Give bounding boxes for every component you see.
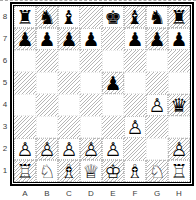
white-rook-outline: ♖ <box>170 162 187 181</box>
square-d6 <box>80 50 102 72</box>
black-queen-icon: ♛ <box>168 94 190 116</box>
rank-label-1: 1 <box>0 160 10 182</box>
rank-label-5: 5 <box>0 72 10 94</box>
white-bishop-icon: ♝♗ <box>124 160 146 182</box>
rank-label-8: 8 <box>0 6 10 28</box>
image-selection-dashed-border <box>0 0 196 1</box>
white-knight-outline: ♘ <box>38 162 55 181</box>
square-e2: ♟♙ <box>102 138 124 160</box>
square-h5 <box>168 72 190 94</box>
square-g7: ♟ <box>146 28 168 50</box>
white-pawn-icon: ♟♙ <box>146 94 168 116</box>
white-pawn-outline: ♙ <box>60 140 77 159</box>
square-d7: ♟ <box>80 28 102 50</box>
chess-board-grid: ♜♞♝♚♝♞♜♟♟♟♟♟♟♟♟♟♙♛♟♙♟♙♟♙♟♙♟♙♟♙♟♙♜♖♞♘♝♗♛♕… <box>13 5 191 183</box>
white-pawn-icon: ♟♙ <box>168 138 190 160</box>
black-knight-icon: ♞ <box>146 6 168 28</box>
white-rook-outline: ♖ <box>16 162 33 181</box>
black-rook-glyph: ♜ <box>170 8 187 27</box>
rank-label-4: 4 <box>0 94 10 116</box>
square-g3 <box>146 116 168 138</box>
square-h2: ♟♙ <box>168 138 190 160</box>
black-bishop-glyph: ♝ <box>126 8 143 27</box>
white-knight-outline: ♘ <box>148 162 165 181</box>
square-f8: ♝ <box>124 6 146 28</box>
white-pawn-icon: ♟♙ <box>36 138 58 160</box>
square-a6 <box>14 50 36 72</box>
square-e1: ♚♔ <box>102 160 124 182</box>
white-pawn-outline: ♙ <box>82 140 99 159</box>
black-pawn-glyph: ♟ <box>126 30 143 49</box>
rank-label-2: 2 <box>0 138 10 160</box>
square-a7: ♟ <box>14 28 36 50</box>
square-c6 <box>58 50 80 72</box>
black-rook-icon: ♜ <box>168 6 190 28</box>
file-labels: ABCDEFGH <box>14 186 196 199</box>
rank-labels: 87654321 <box>0 6 10 182</box>
file-label-d: D <box>80 186 102 199</box>
white-bishop-outline: ♗ <box>126 162 143 181</box>
square-f1: ♝♗ <box>124 160 146 182</box>
square-b3 <box>36 116 58 138</box>
square-g5 <box>146 72 168 94</box>
square-d5 <box>80 72 102 94</box>
square-e3 <box>102 116 124 138</box>
file-label-a: A <box>14 186 36 199</box>
square-h8: ♜ <box>168 6 190 28</box>
white-bishop-outline: ♗ <box>60 162 77 181</box>
white-pawn-outline: ♙ <box>126 118 143 137</box>
black-king-glyph: ♚ <box>104 8 121 27</box>
chess-diagram: 87654321 ♜♞♝♚♝♞♜♟♟♟♟♟♟♟♟♟♙♛♟♙♟♙♟♙♟♙♟♙♟♙♟… <box>0 0 196 200</box>
square-d2: ♟♙ <box>80 138 102 160</box>
square-b1: ♞♘ <box>36 160 58 182</box>
square-c4 <box>58 94 80 116</box>
black-knight-glyph: ♞ <box>38 8 55 27</box>
black-pawn-glyph: ♟ <box>104 74 121 93</box>
black-queen-glyph: ♛ <box>170 96 187 115</box>
white-pawn-outline: ♙ <box>170 140 187 159</box>
square-e6 <box>102 50 124 72</box>
file-label-e: E <box>102 186 124 199</box>
white-pawn-icon: ♟♙ <box>14 138 36 160</box>
rank-label-3: 3 <box>0 116 10 138</box>
square-a3 <box>14 116 36 138</box>
black-knight-glyph: ♞ <box>148 8 165 27</box>
square-e7 <box>102 28 124 50</box>
white-rook-icon: ♜♖ <box>14 160 36 182</box>
white-king-outline: ♔ <box>104 162 121 181</box>
white-rook-icon: ♜♖ <box>168 160 190 182</box>
square-b5 <box>36 72 58 94</box>
square-g2 <box>146 138 168 160</box>
black-pawn-icon: ♟ <box>146 28 168 50</box>
square-d4 <box>80 94 102 116</box>
file-label-c: C <box>58 186 80 199</box>
square-f4 <box>124 94 146 116</box>
square-f6 <box>124 50 146 72</box>
square-d3 <box>80 116 102 138</box>
black-pawn-icon: ♟ <box>80 28 102 50</box>
square-d1: ♛♕ <box>80 160 102 182</box>
square-b4 <box>36 94 58 116</box>
square-c8: ♝ <box>58 6 80 28</box>
white-knight-icon: ♞♘ <box>146 160 168 182</box>
file-label-h: H <box>168 186 190 199</box>
black-king-icon: ♚ <box>102 6 124 28</box>
black-pawn-icon: ♟ <box>124 28 146 50</box>
square-c5 <box>58 72 80 94</box>
square-e4 <box>102 94 124 116</box>
file-label-b: B <box>36 186 58 199</box>
square-b6 <box>36 50 58 72</box>
black-pawn-icon: ♟ <box>168 28 190 50</box>
square-h7: ♟ <box>168 28 190 50</box>
square-h4: ♛ <box>168 94 190 116</box>
black-pawn-icon: ♟ <box>102 72 124 94</box>
square-g8: ♞ <box>146 6 168 28</box>
square-a4 <box>14 94 36 116</box>
square-e8: ♚ <box>102 6 124 28</box>
white-bishop-icon: ♝♗ <box>58 160 80 182</box>
square-g1: ♞♘ <box>146 160 168 182</box>
black-rook-icon: ♜ <box>14 6 36 28</box>
white-pawn-outline: ♙ <box>16 140 33 159</box>
white-pawn-icon: ♟♙ <box>102 138 124 160</box>
square-f3: ♟♙ <box>124 116 146 138</box>
black-pawn-glyph: ♟ <box>16 30 33 49</box>
black-pawn-icon: ♟ <box>58 28 80 50</box>
black-rook-glyph: ♜ <box>16 8 33 27</box>
square-a1: ♜♖ <box>14 160 36 182</box>
square-b8: ♞ <box>36 6 58 28</box>
black-pawn-glyph: ♟ <box>60 30 77 49</box>
square-d8 <box>80 6 102 28</box>
black-pawn-icon: ♟ <box>36 28 58 50</box>
white-pawn-icon: ♟♙ <box>80 138 102 160</box>
square-e5: ♟ <box>102 72 124 94</box>
square-h1: ♜♖ <box>168 160 190 182</box>
black-pawn-glyph: ♟ <box>82 30 99 49</box>
white-queen-outline: ♕ <box>82 162 99 181</box>
rank-label-6: 6 <box>0 50 10 72</box>
file-label-f: F <box>124 186 146 199</box>
white-pawn-outline: ♙ <box>38 140 55 159</box>
square-b2: ♟♙ <box>36 138 58 160</box>
square-f5 <box>124 72 146 94</box>
black-bishop-glyph: ♝ <box>60 8 77 27</box>
square-f7: ♟ <box>124 28 146 50</box>
white-pawn-outline: ♙ <box>148 96 165 115</box>
diagram-body: 87654321 ♜♞♝♚♝♞♜♟♟♟♟♟♟♟♟♟♙♛♟♙♟♙♟♙♟♙♟♙♟♙♟… <box>0 2 196 186</box>
black-pawn-icon: ♟ <box>14 28 36 50</box>
square-c7: ♟ <box>58 28 80 50</box>
black-bishop-icon: ♝ <box>124 6 146 28</box>
square-c1: ♝♗ <box>58 160 80 182</box>
square-g6 <box>146 50 168 72</box>
square-f2 <box>124 138 146 160</box>
square-a2: ♟♙ <box>14 138 36 160</box>
square-h6 <box>168 50 190 72</box>
black-pawn-glyph: ♟ <box>148 30 165 49</box>
white-king-icon: ♚♔ <box>102 160 124 182</box>
square-a5 <box>14 72 36 94</box>
file-label-g: G <box>146 186 168 199</box>
white-pawn-icon: ♟♙ <box>124 116 146 138</box>
white-pawn-outline: ♙ <box>104 140 121 159</box>
black-pawn-glyph: ♟ <box>38 30 55 49</box>
white-knight-icon: ♞♘ <box>36 160 58 182</box>
board-frame: ♜♞♝♚♝♞♜♟♟♟♟♟♟♟♟♟♙♛♟♙♟♙♟♙♟♙♟♙♟♙♟♙♜♖♞♘♝♗♛♕… <box>10 2 194 186</box>
white-pawn-icon: ♟♙ <box>58 138 80 160</box>
square-c2: ♟♙ <box>58 138 80 160</box>
white-queen-icon: ♛♕ <box>80 160 102 182</box>
square-c3 <box>58 116 80 138</box>
black-pawn-glyph: ♟ <box>170 30 187 49</box>
square-a8: ♜ <box>14 6 36 28</box>
square-g4: ♟♙ <box>146 94 168 116</box>
square-h3 <box>168 116 190 138</box>
black-bishop-icon: ♝ <box>58 6 80 28</box>
black-knight-icon: ♞ <box>36 6 58 28</box>
rank-label-7: 7 <box>0 28 10 50</box>
square-b7: ♟ <box>36 28 58 50</box>
